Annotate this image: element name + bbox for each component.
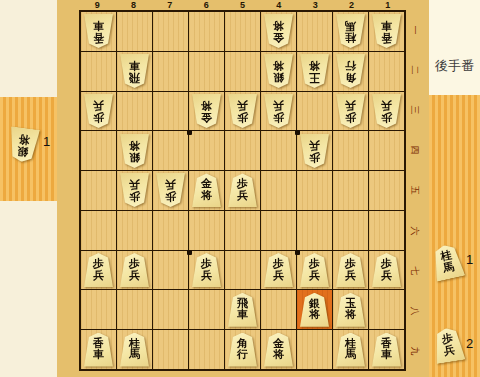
piece-sente-5h[interactable]: 飛車	[228, 293, 257, 327]
square-7f[interactable]	[153, 211, 188, 250]
gote-piece-stand[interactable]: 銀将1	[0, 97, 57, 201]
piece-sente-6e[interactable]: 金将	[192, 173, 221, 207]
square-5e[interactable]: 歩兵	[225, 171, 260, 210]
piece-gote-8e[interactable]: 歩兵	[120, 173, 149, 207]
square-8h[interactable]	[117, 290, 152, 329]
square-4h[interactable]	[261, 290, 296, 329]
piece-sente-5i[interactable]: 角行	[228, 333, 257, 367]
piece-gote-2c[interactable]: 歩兵	[336, 94, 365, 128]
piece-sente-8g[interactable]: 歩兵	[120, 253, 149, 287]
square-5a[interactable]	[225, 12, 260, 51]
square-6a[interactable]	[189, 12, 224, 51]
square-8c[interactable]	[117, 92, 152, 131]
piece-sente-6g[interactable]: 歩兵	[192, 253, 221, 287]
piece-sente-8i[interactable]: 桂馬	[120, 333, 149, 367]
square-3b[interactable]: 王将	[297, 52, 332, 91]
hand-piece-sente-0[interactable]: 桂馬	[430, 242, 465, 281]
square-7h[interactable]	[153, 290, 188, 329]
file-label-8: 8	[115, 0, 151, 10]
square-6i[interactable]	[189, 330, 224, 369]
piece-sente-3h[interactable]: 銀将	[300, 293, 329, 327]
square-9h[interactable]	[81, 290, 116, 329]
square-7c[interactable]	[153, 92, 188, 131]
sente-piece-stand[interactable]: 桂馬1歩兵2	[429, 95, 480, 377]
turn-indicator: 後手番	[435, 57, 474, 75]
square-4e[interactable]	[261, 171, 296, 210]
piece-gote-9a[interactable]: 香車	[84, 14, 113, 48]
gote-hand-panel: 銀将1	[0, 0, 57, 377]
square-2f[interactable]	[333, 211, 368, 250]
square-4f[interactable]	[261, 211, 296, 250]
piece-gote-2b[interactable]: 角行	[336, 54, 365, 88]
piece-sente-2h[interactable]: 玉将	[336, 293, 365, 327]
piece-gote-3d[interactable]: 歩兵	[300, 134, 329, 168]
square-2c[interactable]: 歩兵	[333, 92, 368, 131]
square-4b[interactable]: 銀将	[261, 52, 296, 91]
file-label-7: 7	[152, 0, 188, 10]
piece-gote-4a[interactable]: 金将	[264, 14, 293, 48]
square-5g[interactable]	[225, 251, 260, 290]
hoshi-dot	[187, 130, 192, 135]
hand-piece-sente-1[interactable]: 歩兵	[432, 326, 466, 364]
piece-gote-9c[interactable]: 歩兵	[84, 94, 113, 128]
file-label-2: 2	[333, 0, 369, 10]
square-5i[interactable]: 角行	[225, 330, 260, 369]
square-6h[interactable]	[189, 290, 224, 329]
square-7i[interactable]	[153, 330, 188, 369]
hoshi-dot	[295, 250, 300, 255]
square-8e[interactable]: 歩兵	[117, 171, 152, 210]
piece-sente-4i[interactable]: 金将	[264, 333, 293, 367]
hoshi-dot	[187, 250, 192, 255]
square-7a[interactable]	[153, 12, 188, 51]
square-4a[interactable]: 金将	[261, 12, 296, 51]
square-6f[interactable]	[189, 211, 224, 250]
square-7d[interactable]	[153, 131, 188, 170]
square-2e[interactable]	[333, 171, 368, 210]
square-7e[interactable]: 歩兵	[153, 171, 188, 210]
square-6g[interactable]: 歩兵	[189, 251, 224, 290]
file-labels: 987654321	[79, 0, 406, 10]
square-5b[interactable]	[225, 52, 260, 91]
square-3e[interactable]	[297, 171, 332, 210]
hand-piece-gote-0[interactable]: 銀将	[7, 126, 40, 163]
square-3f[interactable]	[297, 211, 332, 250]
square-2i[interactable]: 桂馬	[333, 330, 368, 369]
piece-gote-4c[interactable]: 歩兵	[264, 94, 293, 128]
piece-sente-2g[interactable]: 歩兵	[336, 253, 365, 287]
square-9b[interactable]	[81, 52, 116, 91]
square-9a[interactable]: 香車	[81, 12, 116, 51]
square-3d[interactable]: 歩兵	[297, 131, 332, 170]
square-4i[interactable]: 金将	[261, 330, 296, 369]
square-5h[interactable]: 飛車	[225, 290, 260, 329]
square-7g[interactable]	[153, 251, 188, 290]
piece-sente-3g[interactable]: 歩兵	[300, 253, 329, 287]
square-6b[interactable]	[189, 52, 224, 91]
piece-sente-9g[interactable]: 歩兵	[84, 253, 113, 287]
square-8i[interactable]: 桂馬	[117, 330, 152, 369]
turn-indicator-panel: 後手番	[429, 0, 480, 95]
file-label-4: 4	[261, 0, 297, 10]
sente-hand-panel: 後手番 桂馬1歩兵2	[429, 0, 480, 377]
square-5c[interactable]: 歩兵	[225, 92, 260, 131]
square-6d[interactable]	[189, 131, 224, 170]
piece-sente-5e[interactable]: 歩兵	[228, 173, 257, 207]
square-5d[interactable]	[225, 131, 260, 170]
square-8d[interactable]: 銀将	[117, 131, 152, 170]
square-8a[interactable]	[117, 12, 152, 51]
piece-gote-5c[interactable]: 歩兵	[228, 94, 257, 128]
square-3g[interactable]: 歩兵	[297, 251, 332, 290]
square-9e[interactable]	[81, 171, 116, 210]
piece-gote-2a[interactable]: 桂馬	[336, 14, 365, 48]
piece-sente-2i[interactable]: 桂馬	[336, 333, 365, 367]
square-4d[interactable]	[261, 131, 296, 170]
hand-count-sente-0: 1	[466, 252, 473, 267]
square-9c[interactable]: 歩兵	[81, 92, 116, 131]
square-5f[interactable]	[225, 211, 260, 250]
hand-count-sente-1: 2	[466, 336, 473, 351]
piece-gote-8b[interactable]: 飛車	[120, 54, 149, 88]
file-label-6: 6	[188, 0, 224, 10]
square-7b[interactable]	[153, 52, 188, 91]
file-label-9: 9	[79, 0, 115, 10]
square-8b[interactable]: 飛車	[117, 52, 152, 91]
piece-sente-9i[interactable]: 香車	[84, 333, 113, 367]
square-4g[interactable]: 歩兵	[261, 251, 296, 290]
square-9i[interactable]: 香車	[81, 330, 116, 369]
piece-sente-4g[interactable]: 歩兵	[264, 253, 293, 287]
square-6c[interactable]: 金将	[189, 92, 224, 131]
square-2a[interactable]: 桂馬	[333, 12, 368, 51]
rank-labels: 一二三四五六七八九	[408, 10, 422, 371]
square-3h[interactable]: 銀将	[297, 290, 332, 329]
file-label-5: 5	[224, 0, 260, 10]
hoshi-dot	[295, 130, 300, 135]
piece-gote-7e[interactable]: 歩兵	[156, 173, 185, 207]
hand-count-gote-0: 1	[43, 134, 50, 149]
square-4c[interactable]: 歩兵	[261, 92, 296, 131]
square-3a[interactable]	[297, 12, 332, 51]
shogi-board[interactable]: 香車金将桂馬香車飛車銀将王将角行歩兵金将歩兵歩兵歩兵歩兵銀将歩兵歩兵歩兵金将歩兵…	[79, 10, 406, 371]
piece-gote-6c[interactable]: 金将	[192, 94, 221, 128]
file-label-3: 3	[297, 0, 333, 10]
square-2d[interactable]	[333, 131, 368, 170]
square-8f[interactable]	[117, 211, 152, 250]
shogi-app: 銀将1 987654321 香車金将桂馬香車飛車銀将王将角行歩兵金将歩兵歩兵歩兵…	[0, 0, 480, 377]
board-panel: 987654321 香車金将桂馬香車飛車銀将王将角行歩兵金将歩兵歩兵歩兵歩兵銀将…	[57, 0, 429, 377]
square-9f[interactable]	[81, 211, 116, 250]
piece-gote-3b[interactable]: 王将	[300, 54, 329, 88]
file-label-1: 1	[370, 0, 406, 10]
square-9d[interactable]	[81, 131, 116, 170]
square-3i[interactable]	[297, 330, 332, 369]
square-3c[interactable]	[297, 92, 332, 131]
square-2h[interactable]: 玉将	[333, 290, 368, 329]
piece-gote-4b[interactable]: 銀将	[264, 54, 293, 88]
square-8g[interactable]: 歩兵	[117, 251, 152, 290]
square-2b[interactable]: 角行	[333, 52, 368, 91]
square-9g[interactable]: 歩兵	[81, 251, 116, 290]
piece-gote-8d[interactable]: 銀将	[120, 134, 149, 168]
square-6e[interactable]: 金将	[189, 171, 224, 210]
square-2g[interactable]: 歩兵	[333, 251, 368, 290]
